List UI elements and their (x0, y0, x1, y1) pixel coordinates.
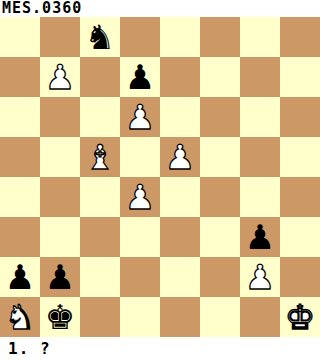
square-f7[interactable] (200, 57, 240, 97)
piece-black-pawn: ♟ (125, 57, 155, 97)
square-e8[interactable] (160, 17, 200, 57)
square-g4[interactable] (240, 177, 280, 217)
piece-white-pawn: ♟ (165, 137, 195, 177)
piece-white-pawn: ♟ (45, 57, 75, 97)
piece-black-king: ♚ (45, 297, 75, 337)
square-e3[interactable] (160, 217, 200, 257)
square-g1[interactable] (240, 297, 280, 337)
square-b4[interactable] (40, 177, 80, 217)
piece-black-knight: ♞ (85, 17, 115, 57)
square-d7[interactable]: ♟ (120, 57, 160, 97)
square-c4[interactable] (80, 177, 120, 217)
square-b8[interactable] (40, 17, 80, 57)
square-b7[interactable]: ♟ (40, 57, 80, 97)
square-c1[interactable] (80, 297, 120, 337)
square-f3[interactable] (200, 217, 240, 257)
square-h5[interactable] (280, 137, 320, 177)
square-h2[interactable] (280, 257, 320, 297)
square-c6[interactable] (80, 97, 120, 137)
square-b5[interactable] (40, 137, 80, 177)
square-a7[interactable] (0, 57, 40, 97)
move-prompt: 1. ? (0, 337, 51, 360)
square-a5[interactable] (0, 137, 40, 177)
square-d2[interactable] (120, 257, 160, 297)
square-a2[interactable]: ♟ (0, 257, 40, 297)
square-f8[interactable] (200, 17, 240, 57)
square-d3[interactable] (120, 217, 160, 257)
square-c3[interactable] (80, 217, 120, 257)
square-f6[interactable] (200, 97, 240, 137)
piece-white-knight: ♞ (5, 297, 35, 337)
piece-white-pawn: ♟ (245, 257, 275, 297)
square-g3[interactable]: ♟ (240, 217, 280, 257)
square-e2[interactable] (160, 257, 200, 297)
square-d8[interactable] (120, 17, 160, 57)
square-a4[interactable] (0, 177, 40, 217)
square-b1[interactable]: ♚ (40, 297, 80, 337)
square-c8[interactable]: ♞ (80, 17, 120, 57)
square-h4[interactable] (280, 177, 320, 217)
piece-black-pawn: ♟ (45, 257, 75, 297)
footer-bar: 1. ? (0, 337, 320, 360)
piece-white-pawn: ♟ (125, 97, 155, 137)
square-e1[interactable] (160, 297, 200, 337)
square-b6[interactable] (40, 97, 80, 137)
square-b2[interactable]: ♟ (40, 257, 80, 297)
square-c5[interactable]: ♝ (80, 137, 120, 177)
piece-black-pawn: ♟ (5, 257, 35, 297)
square-d6[interactable]: ♟ (120, 97, 160, 137)
square-d1[interactable] (120, 297, 160, 337)
piece-white-king: ♚ (285, 297, 315, 337)
square-g5[interactable] (240, 137, 280, 177)
square-a6[interactable] (0, 97, 40, 137)
square-e4[interactable] (160, 177, 200, 217)
puzzle-id: MES.0360 (0, 0, 82, 17)
square-c2[interactable] (80, 257, 120, 297)
square-b3[interactable] (40, 217, 80, 257)
square-f1[interactable] (200, 297, 240, 337)
square-f5[interactable] (200, 137, 240, 177)
square-g7[interactable] (240, 57, 280, 97)
square-d5[interactable] (120, 137, 160, 177)
square-g6[interactable] (240, 97, 280, 137)
square-f4[interactable] (200, 177, 240, 217)
square-e5[interactable]: ♟ (160, 137, 200, 177)
piece-black-pawn: ♟ (245, 217, 275, 257)
square-e6[interactable] (160, 97, 200, 137)
piece-white-bishop: ♝ (85, 137, 115, 177)
square-h1[interactable]: ♚ (280, 297, 320, 337)
title-bar: MES.0360 (0, 0, 320, 17)
square-f2[interactable] (200, 257, 240, 297)
piece-white-pawn: ♟ (125, 177, 155, 217)
square-a8[interactable] (0, 17, 40, 57)
square-e7[interactable] (160, 57, 200, 97)
square-h6[interactable] (280, 97, 320, 137)
square-h7[interactable] (280, 57, 320, 97)
square-a1[interactable]: ♞ (0, 297, 40, 337)
square-a3[interactable] (0, 217, 40, 257)
square-h8[interactable] (280, 17, 320, 57)
square-h3[interactable] (280, 217, 320, 257)
square-g8[interactable] (240, 17, 280, 57)
chess-board: ♞♟♟♟♝♟♟♟♟♟♟♞♚♚ (0, 17, 320, 337)
square-d4[interactable]: ♟ (120, 177, 160, 217)
square-c7[interactable] (80, 57, 120, 97)
square-g2[interactable]: ♟ (240, 257, 280, 297)
